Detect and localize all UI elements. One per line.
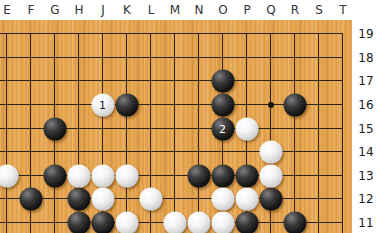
white-stone-k11[interactable]: [115, 211, 138, 233]
row-label-11: 11: [352, 216, 380, 230]
white-stone-q13[interactable]: [259, 164, 282, 187]
white-stone-j12[interactable]: [91, 187, 114, 210]
grid-line-vertical-s: [318, 33, 319, 233]
move-number-label: 1: [99, 99, 106, 110]
column-label-p: P: [243, 2, 250, 18]
white-stone-h13[interactable]: [67, 164, 90, 187]
white-stone-j13[interactable]: [91, 164, 114, 187]
white-stone-o12[interactable]: [211, 187, 234, 210]
grid-line-vertical-e: [6, 33, 7, 233]
star-point-q16: [268, 102, 274, 108]
column-label-t: T: [339, 2, 346, 18]
black-stone-p13[interactable]: [235, 164, 258, 187]
column-label-n: N: [195, 2, 204, 18]
black-stone-o13[interactable]: [211, 164, 234, 187]
column-coordinates-strip: EFGHJKLMNOPQRST: [0, 0, 380, 20]
black-stone-g13[interactable]: [43, 164, 66, 187]
grid-line-vertical-t: [342, 33, 343, 233]
grid-line-horizontal-14: [0, 151, 343, 152]
white-stone-e13[interactable]: [0, 164, 18, 187]
grid-line-vertical-r: [294, 33, 295, 233]
black-stone-r16[interactable]: [283, 93, 306, 116]
black-stone-h11[interactable]: [67, 211, 90, 233]
column-label-s: S: [315, 2, 323, 18]
white-stone-k13[interactable]: [115, 164, 138, 187]
row-label-13: 13: [352, 169, 380, 183]
column-label-m: M: [170, 2, 180, 18]
column-label-f: F: [28, 2, 35, 18]
go-app-window: 21 EFGHJKLMNOPQRST 191817161514131211: [0, 0, 380, 233]
white-stone-n11[interactable]: [187, 211, 210, 233]
black-stone-n13[interactable]: [187, 164, 210, 187]
row-label-15: 15: [352, 122, 380, 136]
black-stone-p11[interactable]: [235, 211, 258, 233]
column-label-l: L: [148, 2, 155, 18]
column-label-e: E: [3, 2, 11, 18]
black-stone-g15[interactable]: [43, 117, 66, 140]
black-stone-r11[interactable]: [283, 211, 306, 233]
column-label-o: O: [218, 2, 227, 18]
row-label-19: 19: [352, 27, 380, 41]
row-label-17: 17: [352, 74, 380, 88]
white-stone-q14[interactable]: [259, 140, 282, 163]
black-stone-j11[interactable]: [91, 211, 114, 233]
column-label-r: R: [291, 2, 299, 18]
white-stone-o11[interactable]: [211, 211, 234, 233]
grid-line-horizontal-18: [0, 57, 343, 58]
grid-line-horizontal-17: [0, 80, 343, 81]
row-label-18: 18: [352, 51, 380, 65]
black-stone-q12[interactable]: [259, 187, 282, 210]
black-stone-k16[interactable]: [115, 93, 138, 116]
column-label-k: K: [123, 2, 131, 18]
white-stone-p12[interactable]: [235, 187, 258, 210]
white-stone-p15[interactable]: [235, 117, 258, 140]
column-label-h: H: [74, 2, 83, 18]
go-board[interactable]: 21: [0, 20, 352, 233]
grid-line-vertical-n: [198, 33, 199, 233]
grid-line-horizontal-19: [0, 33, 343, 34]
white-stone-j16[interactable]: 1: [91, 93, 114, 116]
grid-line-horizontal-12: [0, 198, 343, 199]
grid-line-vertical-k: [126, 33, 127, 233]
white-stone-m11[interactable]: [163, 211, 186, 233]
row-label-16: 16: [352, 98, 380, 112]
grid-line-vertical-m: [174, 33, 175, 233]
black-stone-o15[interactable]: 2: [211, 117, 234, 140]
black-stone-o17[interactable]: [211, 69, 234, 92]
black-stone-o16[interactable]: [211, 93, 234, 116]
row-label-14: 14: [352, 145, 380, 159]
column-label-g: G: [50, 2, 59, 18]
column-label-q: Q: [266, 2, 275, 18]
column-label-j: J: [101, 2, 105, 18]
black-stone-h12[interactable]: [67, 187, 90, 210]
black-stone-f12[interactable]: [19, 187, 42, 210]
row-label-12: 12: [352, 192, 380, 206]
row-coordinates-strip: 191817161514131211: [352, 20, 380, 233]
move-number-label: 2: [219, 123, 226, 134]
white-stone-l12[interactable]: [139, 187, 162, 210]
